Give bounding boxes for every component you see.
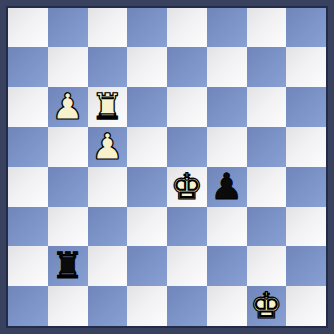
square-h3[interactable]: [286, 207, 326, 246]
square-e7[interactable]: [167, 47, 207, 86]
square-a6[interactable]: [8, 87, 48, 127]
square-c6[interactable]: ♜: [88, 87, 128, 127]
square-c8[interactable]: [88, 8, 128, 47]
square-f3[interactable]: [207, 207, 247, 246]
square-g7[interactable]: [247, 47, 287, 86]
board-frame: ♟♜♟♚♟♜♚: [0, 0, 334, 334]
square-g3[interactable]: [247, 207, 287, 246]
square-g1[interactable]: ♚: [247, 286, 287, 326]
square-d4[interactable]: [127, 167, 167, 207]
square-c2[interactable]: [88, 246, 128, 286]
square-h4[interactable]: [286, 167, 326, 207]
square-f4[interactable]: ♟: [207, 167, 247, 207]
square-a7[interactable]: [8, 47, 48, 86]
square-c3[interactable]: [88, 207, 128, 246]
square-a2[interactable]: [8, 246, 48, 286]
square-h7[interactable]: [286, 47, 326, 86]
square-c5[interactable]: ♟: [88, 127, 128, 167]
square-g6[interactable]: [247, 87, 287, 127]
square-f1[interactable]: [207, 286, 247, 326]
square-b3[interactable]: [48, 207, 88, 246]
square-h1[interactable]: [286, 286, 326, 326]
square-h2[interactable]: [286, 246, 326, 286]
white-king[interactable]: ♚: [171, 167, 203, 207]
square-e3[interactable]: [167, 207, 207, 246]
square-b4[interactable]: [48, 167, 88, 207]
square-e4[interactable]: ♚: [167, 167, 207, 207]
white-rook[interactable]: ♜: [91, 87, 123, 127]
square-a1[interactable]: [8, 286, 48, 326]
square-b1[interactable]: [48, 286, 88, 326]
square-e8[interactable]: [167, 8, 207, 47]
square-e2[interactable]: [167, 246, 207, 286]
white-king[interactable]: ♚: [250, 286, 282, 326]
square-b8[interactable]: [48, 8, 88, 47]
square-f8[interactable]: [207, 8, 247, 47]
square-d6[interactable]: [127, 87, 167, 127]
black-pawn[interactable]: ♟: [210, 167, 242, 207]
white-pawn[interactable]: ♟: [51, 87, 83, 127]
square-d3[interactable]: [127, 207, 167, 246]
square-a5[interactable]: [8, 127, 48, 167]
square-f6[interactable]: [207, 87, 247, 127]
square-g4[interactable]: [247, 167, 287, 207]
square-h8[interactable]: [286, 8, 326, 47]
square-d7[interactable]: [127, 47, 167, 86]
square-g8[interactable]: [247, 8, 287, 47]
chess-board: ♟♜♟♚♟♜♚: [8, 8, 326, 326]
square-c1[interactable]: [88, 286, 128, 326]
square-c7[interactable]: [88, 47, 128, 86]
square-d2[interactable]: [127, 246, 167, 286]
square-f5[interactable]: [207, 127, 247, 167]
square-b7[interactable]: [48, 47, 88, 86]
square-d8[interactable]: [127, 8, 167, 47]
square-b2[interactable]: ♜: [48, 246, 88, 286]
square-e6[interactable]: [167, 87, 207, 127]
square-f7[interactable]: [207, 47, 247, 86]
square-c4[interactable]: [88, 167, 128, 207]
square-f2[interactable]: [207, 246, 247, 286]
white-pawn[interactable]: ♟: [91, 127, 123, 167]
square-b5[interactable]: [48, 127, 88, 167]
square-a3[interactable]: [8, 207, 48, 246]
square-b6[interactable]: ♟: [48, 87, 88, 127]
square-e5[interactable]: [167, 127, 207, 167]
square-g5[interactable]: [247, 127, 287, 167]
square-d5[interactable]: [127, 127, 167, 167]
square-e1[interactable]: [167, 286, 207, 326]
black-rook[interactable]: ♜: [51, 246, 83, 286]
square-h6[interactable]: [286, 87, 326, 127]
square-a8[interactable]: [8, 8, 48, 47]
square-d1[interactable]: [127, 286, 167, 326]
square-h5[interactable]: [286, 127, 326, 167]
square-a4[interactable]: [8, 167, 48, 207]
square-g2[interactable]: [247, 246, 287, 286]
